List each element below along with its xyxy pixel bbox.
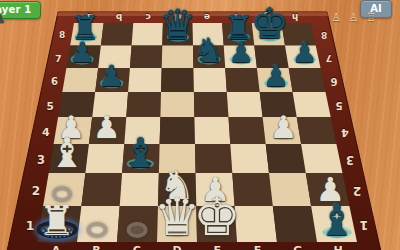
file-label-bottom-B: B bbox=[92, 244, 100, 250]
piece-black-knight-e7[interactable]: ♞ bbox=[194, 34, 224, 68]
rank-label-left-3: 3 bbox=[37, 153, 45, 167]
piece-black-bishop-c3[interactable]: ♝ bbox=[122, 133, 158, 174]
file-label-top-h: h bbox=[292, 12, 298, 22]
rank-label-left-2: 2 bbox=[32, 184, 40, 198]
rank-label-left-1: 1 bbox=[26, 218, 35, 233]
piece-black-bishop-h1[interactable]: ♝ bbox=[318, 199, 357, 242]
piece-white-bishop-a3[interactable]: ♝ bbox=[49, 133, 85, 174]
piece-black-pawn-a7[interactable]: ♟ bbox=[70, 39, 95, 67]
file-label-bottom-G: G bbox=[293, 244, 302, 250]
rank-label-right-4: 4 bbox=[341, 125, 349, 138]
piece-white-rook-a1[interactable]: ♜ bbox=[39, 201, 76, 242]
move-hint-b1[interactable] bbox=[87, 222, 108, 238]
rank-label-right-3: 3 bbox=[346, 153, 354, 167]
piece-white-pawn-b4[interactable]: ♟ bbox=[93, 112, 121, 143]
piece-black-pawn-b6[interactable]: ♟ bbox=[99, 62, 125, 91]
rank-label-left-8: 8 bbox=[59, 30, 65, 40]
rank-label-left-7: 7 bbox=[55, 52, 62, 63]
file-label-top-c: c bbox=[146, 12, 151, 22]
board-overlay: 8877665544332211aAbBcCdDeEfFgGhH♜♛♜♚♟♞♟♟… bbox=[0, 0, 400, 250]
piece-black-pawn-f7[interactable]: ♟ bbox=[228, 39, 253, 67]
move-hint-c1[interactable] bbox=[127, 222, 148, 238]
piece-black-queen-d8[interactable]: ♛ bbox=[159, 4, 196, 46]
rank-label-right-1: 1 bbox=[360, 218, 369, 233]
file-label-top-b: b bbox=[116, 12, 122, 22]
file-label-bottom-F: F bbox=[254, 244, 262, 250]
captured-black-pieces-tray: ♟ bbox=[0, 12, 7, 26]
file-label-top-e: e bbox=[204, 12, 210, 22]
file-label-bottom-C: C bbox=[133, 244, 141, 250]
rank-label-right-7: 7 bbox=[326, 52, 333, 63]
rank-label-right-6: 6 bbox=[330, 76, 337, 87]
piece-black-pawn-g6[interactable]: ♟ bbox=[263, 62, 289, 91]
rank-label-left-6: 6 bbox=[51, 76, 58, 87]
piece-white-king-e1[interactable]: ♚ bbox=[193, 190, 241, 243]
rank-label-left-5: 5 bbox=[47, 100, 54, 112]
piece-black-king-g8[interactable]: ♚ bbox=[251, 3, 289, 45]
rank-label-right-5: 5 bbox=[335, 100, 342, 112]
chess-3d-app: 8877665544332211aAbBcCdDeEfFgGhH♜♛♜♚♟♞♟♟… bbox=[0, 0, 400, 250]
piece-black-pawn-h7[interactable]: ♟ bbox=[292, 39, 317, 67]
captured-white-pieces-tray: ♙ ♙ ♖ bbox=[331, 11, 378, 24]
rank-label-right-8: 8 bbox=[321, 30, 327, 40]
piece-white-pawn-g4[interactable]: ♟ bbox=[269, 112, 297, 143]
